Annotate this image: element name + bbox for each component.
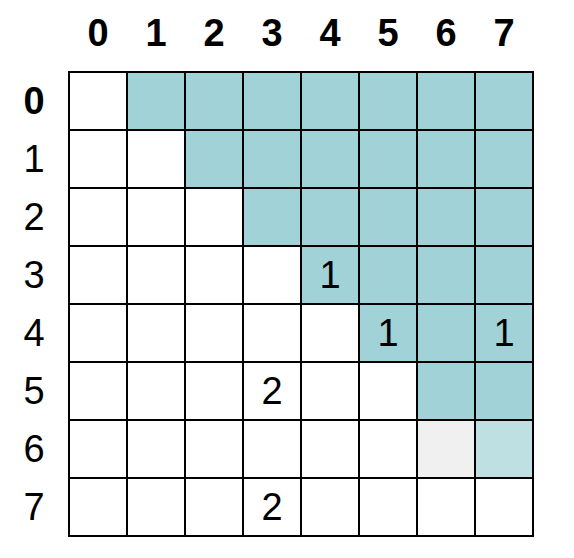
row-label-5: 5	[0, 363, 68, 419]
cell-r2c3	[244, 189, 300, 245]
cell-r0c4	[302, 73, 358, 129]
diagram-layout: 01234567 01234567 11122	[0, 0, 574, 537]
row-label-0: 0	[0, 73, 68, 129]
col-label-5: 5	[360, 14, 416, 58]
cell-r3c1	[128, 247, 184, 303]
cell-r6c2	[186, 421, 242, 477]
cell-r4c0	[70, 305, 126, 361]
matrix-diagram: 01234567 01234567 11122	[0, 0, 574, 558]
cell-r2c1	[128, 189, 184, 245]
row-label-2: 2	[0, 189, 68, 245]
cell-r4c6	[418, 305, 474, 361]
cell-r6c5	[360, 421, 416, 477]
cell-r3c3	[244, 247, 300, 303]
cell-r1c5	[360, 131, 416, 187]
cell-r4c2	[186, 305, 242, 361]
cell-r6c0	[70, 421, 126, 477]
cell-r0c3	[244, 73, 300, 129]
col-headers: 01234567	[68, 0, 534, 71]
cell-r7c6	[418, 479, 474, 535]
cell-r7c2	[186, 479, 242, 535]
cell-r0c7	[476, 73, 532, 129]
col-label-0: 0	[70, 14, 126, 58]
cell-r0c1	[128, 73, 184, 129]
cell-r5c5	[360, 363, 416, 419]
row-label-4: 4	[0, 305, 68, 361]
cell-r1c7	[476, 131, 532, 187]
cell-r5c3: 2	[244, 363, 300, 419]
cell-r3c7	[476, 247, 532, 303]
cell-r6c7	[476, 421, 532, 477]
corner-spacer	[0, 0, 68, 71]
cell-r2c5	[360, 189, 416, 245]
cell-r1c6	[418, 131, 474, 187]
col-label-6: 6	[418, 14, 474, 58]
cell-r6c1	[128, 421, 184, 477]
col-label-7: 7	[476, 14, 532, 58]
cell-r3c5	[360, 247, 416, 303]
col-label-1: 1	[128, 14, 184, 58]
cell-r4c1	[128, 305, 184, 361]
cell-r2c7	[476, 189, 532, 245]
cell-r2c4	[302, 189, 358, 245]
cell-r3c2	[186, 247, 242, 303]
cell-r5c6	[418, 363, 474, 419]
cell-r6c3	[244, 421, 300, 477]
row-label-3: 3	[0, 247, 68, 303]
cell-r0c2	[186, 73, 242, 129]
col-label-4: 4	[302, 14, 358, 58]
cell-r2c2	[186, 189, 242, 245]
cell-r0c5	[360, 73, 416, 129]
cell-r1c4	[302, 131, 358, 187]
cell-r5c1	[128, 363, 184, 419]
cell-r3c4: 1	[302, 247, 358, 303]
cell-r3c0	[70, 247, 126, 303]
cell-r1c3	[244, 131, 300, 187]
col-label-2: 2	[186, 14, 242, 58]
cell-r6c6	[418, 421, 474, 477]
cell-r1c0	[70, 131, 126, 187]
row-headers: 01234567	[0, 71, 68, 537]
cell-r4c7: 1	[476, 305, 532, 361]
row-label-7: 7	[0, 479, 68, 535]
cell-r7c7	[476, 479, 532, 535]
row-label-1: 1	[0, 131, 68, 187]
cell-r4c3	[244, 305, 300, 361]
cell-r0c0	[70, 73, 126, 129]
cell-r5c0	[70, 363, 126, 419]
cell-r7c0	[70, 479, 126, 535]
cell-r3c6	[418, 247, 474, 303]
cell-r2c6	[418, 189, 474, 245]
cell-r7c4	[302, 479, 358, 535]
cell-r1c2	[186, 131, 242, 187]
cell-r4c5: 1	[360, 305, 416, 361]
cell-r7c1	[128, 479, 184, 535]
cell-r4c4	[302, 305, 358, 361]
cell-r7c3: 2	[244, 479, 300, 535]
cell-r1c1	[128, 131, 184, 187]
cell-r5c7	[476, 363, 532, 419]
cell-r5c4	[302, 363, 358, 419]
col-label-3: 3	[244, 14, 300, 58]
grid-board: 11122	[68, 71, 534, 537]
cell-r0c6	[418, 73, 474, 129]
row-label-6: 6	[0, 421, 68, 477]
cell-r5c2	[186, 363, 242, 419]
cell-r6c4	[302, 421, 358, 477]
cell-r2c0	[70, 189, 126, 245]
cell-r7c5	[360, 479, 416, 535]
